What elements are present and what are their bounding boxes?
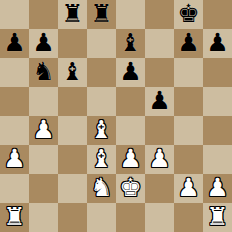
piece-white-pawn[interactable]: ♟ — [148, 145, 170, 173]
square-e3[interactable]: ♟ — [116, 145, 145, 174]
square-h5[interactable] — [203, 87, 232, 116]
square-d4[interactable]: ♝ — [87, 116, 116, 145]
piece-white-bishop[interactable]: ♝ — [90, 145, 112, 173]
square-d8[interactable]: ♜ — [87, 0, 116, 29]
square-b3[interactable] — [29, 145, 58, 174]
square-d1[interactable] — [87, 203, 116, 232]
square-a6[interactable] — [0, 58, 29, 87]
square-f7[interactable] — [145, 29, 174, 58]
square-d6[interactable] — [87, 58, 116, 87]
square-e6[interactable]: ♟ — [116, 58, 145, 87]
square-g2[interactable]: ♟ — [174, 174, 203, 203]
piece-black-bishop[interactable]: ♝ — [119, 29, 141, 57]
square-h1[interactable]: ♜ — [203, 203, 232, 232]
square-c4[interactable] — [58, 116, 87, 145]
piece-white-rook[interactable]: ♜ — [206, 203, 228, 231]
square-h7[interactable]: ♟ — [203, 29, 232, 58]
piece-black-bishop[interactable]: ♝ — [61, 58, 83, 86]
square-c2[interactable] — [58, 174, 87, 203]
piece-black-pawn[interactable]: ♟ — [148, 87, 170, 115]
square-c7[interactable] — [58, 29, 87, 58]
square-a1[interactable]: ♜ — [0, 203, 29, 232]
piece-white-pawn[interactable]: ♟ — [177, 174, 199, 202]
square-g7[interactable]: ♟ — [174, 29, 203, 58]
square-d2[interactable]: ♞ — [87, 174, 116, 203]
piece-white-pawn[interactable]: ♟ — [119, 145, 141, 173]
square-b7[interactable]: ♟ — [29, 29, 58, 58]
square-g4[interactable] — [174, 116, 203, 145]
square-a8[interactable] — [0, 0, 29, 29]
square-a2[interactable] — [0, 174, 29, 203]
square-a5[interactable] — [0, 87, 29, 116]
piece-black-pawn[interactable]: ♟ — [3, 29, 25, 57]
square-f6[interactable] — [145, 58, 174, 87]
piece-black-king[interactable]: ♚ — [177, 0, 199, 28]
piece-black-pawn[interactable]: ♟ — [206, 29, 228, 57]
square-d7[interactable] — [87, 29, 116, 58]
square-b1[interactable] — [29, 203, 58, 232]
piece-black-pawn[interactable]: ♟ — [119, 58, 141, 86]
square-c1[interactable] — [58, 203, 87, 232]
piece-white-pawn[interactable]: ♟ — [32, 116, 54, 144]
piece-black-rook[interactable]: ♜ — [90, 0, 112, 28]
piece-white-pawn[interactable]: ♟ — [206, 174, 228, 202]
square-a3[interactable]: ♟ — [0, 145, 29, 174]
square-h3[interactable] — [203, 145, 232, 174]
square-f3[interactable]: ♟ — [145, 145, 174, 174]
square-c5[interactable] — [58, 87, 87, 116]
square-c3[interactable] — [58, 145, 87, 174]
square-h8[interactable] — [203, 0, 232, 29]
square-g6[interactable] — [174, 58, 203, 87]
square-e8[interactable] — [116, 0, 145, 29]
square-g8[interactable]: ♚ — [174, 0, 203, 29]
piece-white-rook[interactable]: ♜ — [3, 203, 25, 231]
square-b6[interactable]: ♞ — [29, 58, 58, 87]
square-d3[interactable]: ♝ — [87, 145, 116, 174]
piece-white-bishop[interactable]: ♝ — [90, 116, 112, 144]
square-a4[interactable] — [0, 116, 29, 145]
square-e4[interactable] — [116, 116, 145, 145]
square-g5[interactable] — [174, 87, 203, 116]
square-f1[interactable] — [145, 203, 174, 232]
square-a7[interactable]: ♟ — [0, 29, 29, 58]
piece-white-knight[interactable]: ♞ — [90, 174, 112, 202]
square-b8[interactable] — [29, 0, 58, 29]
square-h4[interactable] — [203, 116, 232, 145]
piece-black-pawn[interactable]: ♟ — [177, 29, 199, 57]
square-f8[interactable] — [145, 0, 174, 29]
piece-white-pawn[interactable]: ♟ — [3, 145, 25, 173]
square-d5[interactable] — [87, 87, 116, 116]
square-b2[interactable] — [29, 174, 58, 203]
square-e2[interactable]: ♚ — [116, 174, 145, 203]
chess-board: ♜♜♚♟♟♝♟♟♞♝♟♟♟♝♟♝♟♟♞♚♟♟♜♜ — [0, 0, 232, 232]
square-b5[interactable] — [29, 87, 58, 116]
square-g3[interactable] — [174, 145, 203, 174]
square-c8[interactable]: ♜ — [58, 0, 87, 29]
square-f4[interactable] — [145, 116, 174, 145]
square-e1[interactable] — [116, 203, 145, 232]
square-g1[interactable] — [174, 203, 203, 232]
square-e5[interactable] — [116, 87, 145, 116]
square-h6[interactable] — [203, 58, 232, 87]
square-f2[interactable] — [145, 174, 174, 203]
square-e7[interactable]: ♝ — [116, 29, 145, 58]
square-c6[interactable]: ♝ — [58, 58, 87, 87]
square-h2[interactable]: ♟ — [203, 174, 232, 203]
piece-black-rook[interactable]: ♜ — [61, 0, 83, 28]
piece-black-knight[interactable]: ♞ — [32, 58, 54, 86]
piece-white-king[interactable]: ♚ — [119, 174, 141, 202]
square-f5[interactable]: ♟ — [145, 87, 174, 116]
piece-black-pawn[interactable]: ♟ — [32, 29, 54, 57]
square-b4[interactable]: ♟ — [29, 116, 58, 145]
